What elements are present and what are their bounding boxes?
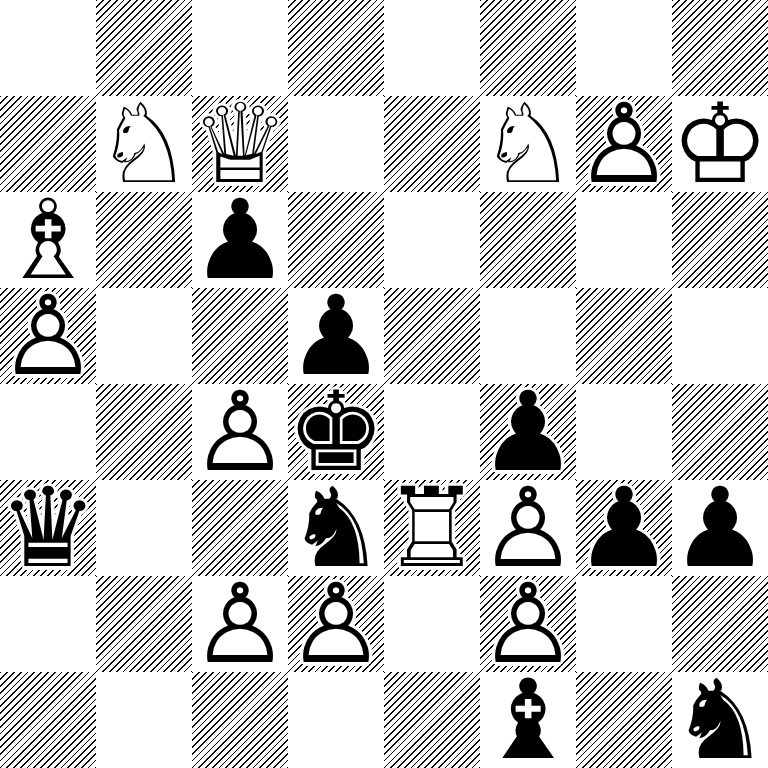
square-f5[interactable] xyxy=(480,288,576,384)
square-f7[interactable]: ♞♘ xyxy=(480,96,576,192)
piece-black-pawn[interactable]: ♟ xyxy=(192,192,288,288)
piece-white-rook[interactable]: ♜♖ xyxy=(384,480,480,576)
square-b3[interactable] xyxy=(96,480,192,576)
square-g6[interactable] xyxy=(576,192,672,288)
piece-black-king[interactable]: ♚ xyxy=(288,384,384,480)
square-h5[interactable] xyxy=(672,288,768,384)
square-e7[interactable] xyxy=(384,96,480,192)
square-c2[interactable]: ♟♙ xyxy=(192,576,288,672)
square-h3[interactable]: ♟ xyxy=(672,480,768,576)
square-d8[interactable] xyxy=(288,0,384,96)
piece-white-knight[interactable]: ♞♘ xyxy=(96,96,192,192)
square-h1[interactable]: ♞ xyxy=(672,672,768,768)
piece-black-pawn[interactable]: ♟ xyxy=(672,480,768,576)
piece-white-pawn[interactable]: ♟♙ xyxy=(480,576,576,672)
piece-white-king[interactable]: ♚♔ xyxy=(672,96,768,192)
square-b2[interactable] xyxy=(96,576,192,672)
white-pawn-icon: ♙ xyxy=(288,576,384,672)
square-a6[interactable]: ♝♗ xyxy=(0,192,96,288)
square-g5[interactable] xyxy=(576,288,672,384)
square-b5[interactable] xyxy=(96,288,192,384)
black-knight-icon: ♞ xyxy=(288,480,384,576)
square-e3[interactable]: ♜♖ xyxy=(384,480,480,576)
white-knight-icon: ♘ xyxy=(96,96,192,192)
piece-white-pawn[interactable]: ♟♙ xyxy=(0,288,96,384)
square-e4[interactable] xyxy=(384,384,480,480)
piece-black-knight[interactable]: ♞ xyxy=(672,672,768,768)
square-e5[interactable] xyxy=(384,288,480,384)
square-a5[interactable]: ♟♙ xyxy=(0,288,96,384)
square-e1[interactable] xyxy=(384,672,480,768)
square-g1[interactable] xyxy=(576,672,672,768)
white-pawn-icon: ♙ xyxy=(192,576,288,672)
square-e2[interactable] xyxy=(384,576,480,672)
white-pawn-icon: ♙ xyxy=(0,288,96,384)
square-c5[interactable] xyxy=(192,288,288,384)
piece-white-pawn[interactable]: ♟♙ xyxy=(480,480,576,576)
white-rook-icon: ♖ xyxy=(384,480,480,576)
square-d3[interactable]: ♞ xyxy=(288,480,384,576)
square-h8[interactable] xyxy=(672,0,768,96)
square-c3[interactable] xyxy=(192,480,288,576)
square-h2[interactable] xyxy=(672,576,768,672)
square-a7[interactable] xyxy=(0,96,96,192)
square-c6[interactable]: ♟ xyxy=(192,192,288,288)
white-bishop-icon: ♗ xyxy=(0,192,96,288)
square-d6[interactable] xyxy=(288,192,384,288)
square-b6[interactable] xyxy=(96,192,192,288)
piece-white-pawn[interactable]: ♟♙ xyxy=(192,576,288,672)
piece-white-pawn[interactable]: ♟♙ xyxy=(192,384,288,480)
square-f3[interactable]: ♟♙ xyxy=(480,480,576,576)
square-g4[interactable] xyxy=(576,384,672,480)
black-queen-icon: ♛ xyxy=(0,480,96,576)
white-pawn-icon: ♙ xyxy=(480,480,576,576)
black-pawn-icon: ♟ xyxy=(480,384,576,480)
square-e8[interactable] xyxy=(384,0,480,96)
square-e6[interactable] xyxy=(384,192,480,288)
black-pawn-icon: ♟ xyxy=(288,288,384,384)
piece-black-queen[interactable]: ♛ xyxy=(0,480,96,576)
piece-black-pawn[interactable]: ♟ xyxy=(576,480,672,576)
square-f1[interactable]: ♝ xyxy=(480,672,576,768)
square-c7[interactable]: ♛♕ xyxy=(192,96,288,192)
square-g3[interactable]: ♟ xyxy=(576,480,672,576)
black-pawn-icon: ♟ xyxy=(576,480,672,576)
piece-white-pawn[interactable]: ♟♙ xyxy=(288,576,384,672)
square-a2[interactable] xyxy=(0,576,96,672)
square-a1[interactable] xyxy=(0,672,96,768)
black-pawn-icon: ♟ xyxy=(672,480,768,576)
square-d1[interactable] xyxy=(288,672,384,768)
square-h7[interactable]: ♚♔ xyxy=(672,96,768,192)
square-c8[interactable] xyxy=(192,0,288,96)
square-d2[interactable]: ♟♙ xyxy=(288,576,384,672)
piece-white-knight[interactable]: ♞♘ xyxy=(480,96,576,192)
square-c1[interactable] xyxy=(192,672,288,768)
square-b8[interactable] xyxy=(96,0,192,96)
white-pawn-icon: ♙ xyxy=(576,96,672,192)
white-queen-icon: ♕ xyxy=(192,96,288,192)
square-d7[interactable] xyxy=(288,96,384,192)
square-a4[interactable] xyxy=(0,384,96,480)
white-pawn-icon: ♙ xyxy=(192,384,288,480)
square-b4[interactable] xyxy=(96,384,192,480)
square-g7[interactable]: ♟♙ xyxy=(576,96,672,192)
piece-white-bishop[interactable]: ♝♗ xyxy=(0,192,96,288)
square-f6[interactable] xyxy=(480,192,576,288)
piece-black-bishop[interactable]: ♝ xyxy=(480,672,576,768)
square-a8[interactable] xyxy=(0,0,96,96)
black-pawn-icon: ♟ xyxy=(192,192,288,288)
square-d4[interactable]: ♚ xyxy=(288,384,384,480)
square-h6[interactable] xyxy=(672,192,768,288)
black-king-icon: ♚ xyxy=(288,384,384,480)
piece-black-pawn[interactable]: ♟ xyxy=(288,288,384,384)
black-knight-icon: ♞ xyxy=(672,672,768,768)
piece-black-pawn[interactable]: ♟ xyxy=(480,384,576,480)
square-f2[interactable]: ♟♙ xyxy=(480,576,576,672)
white-king-icon: ♔ xyxy=(672,96,768,192)
square-b7[interactable]: ♞♘ xyxy=(96,96,192,192)
square-b1[interactable] xyxy=(96,672,192,768)
piece-black-knight[interactable]: ♞ xyxy=(288,480,384,576)
chessboard: ♞♘♛♕♞♘♟♙♚♔♝♗♟♟♙♟♟♙♚♟♛♞♜♖♟♙♟♟♟♙♟♙♟♙♝♞ xyxy=(0,0,768,768)
white-pawn-icon: ♙ xyxy=(480,576,576,672)
square-f4[interactable]: ♟ xyxy=(480,384,576,480)
white-knight-icon: ♘ xyxy=(480,96,576,192)
piece-white-queen[interactable]: ♛♕ xyxy=(192,96,288,192)
piece-white-pawn[interactable]: ♟♙ xyxy=(576,96,672,192)
square-a3[interactable]: ♛ xyxy=(0,480,96,576)
square-f8[interactable] xyxy=(480,0,576,96)
square-g8[interactable] xyxy=(576,0,672,96)
square-g2[interactable] xyxy=(576,576,672,672)
square-d5[interactable]: ♟ xyxy=(288,288,384,384)
square-c4[interactable]: ♟♙ xyxy=(192,384,288,480)
black-bishop-icon: ♝ xyxy=(480,672,576,768)
square-h4[interactable] xyxy=(672,384,768,480)
